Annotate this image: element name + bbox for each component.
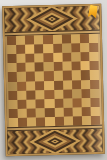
board-square[interactable] <box>63 116 72 125</box>
checkerboard-margin <box>5 34 102 127</box>
board-square[interactable] <box>62 53 71 62</box>
board-square[interactable] <box>63 80 72 89</box>
board-square[interactable] <box>81 107 90 116</box>
board-square[interactable] <box>53 53 62 62</box>
wall-background <box>0 0 107 160</box>
board-square[interactable] <box>91 107 100 116</box>
board-square[interactable] <box>7 36 16 45</box>
board-square[interactable] <box>8 72 17 81</box>
board-square[interactable] <box>89 34 98 43</box>
board-square[interactable] <box>27 108 36 117</box>
board-square[interactable] <box>18 99 27 108</box>
board-square[interactable] <box>71 71 80 80</box>
board-square[interactable] <box>45 117 54 126</box>
board-square[interactable] <box>80 34 89 43</box>
board-square[interactable] <box>89 52 98 61</box>
board-square[interactable] <box>35 81 44 90</box>
checkerboard <box>7 34 100 127</box>
board-square[interactable] <box>17 81 26 90</box>
board-square[interactable] <box>81 89 90 98</box>
board-square[interactable] <box>80 61 89 70</box>
bottom-parquetry-panel <box>7 129 103 154</box>
board-square[interactable] <box>90 70 99 79</box>
board-square[interactable] <box>52 35 61 44</box>
board-square[interactable] <box>18 108 27 117</box>
board-square[interactable] <box>54 117 63 126</box>
board-square[interactable] <box>35 53 44 62</box>
board-square[interactable] <box>25 45 34 54</box>
board-square[interactable] <box>17 90 26 99</box>
board-square[interactable] <box>82 116 91 125</box>
board-square[interactable] <box>81 98 90 107</box>
game-board <box>2 4 105 156</box>
board-square[interactable] <box>53 44 62 53</box>
board-square[interactable] <box>63 107 72 116</box>
board-square[interactable] <box>61 35 70 44</box>
board-square[interactable] <box>71 62 80 71</box>
board-square[interactable] <box>27 117 36 126</box>
board-square[interactable] <box>8 90 17 99</box>
board-square[interactable] <box>62 62 71 71</box>
board-square[interactable] <box>72 107 81 116</box>
board-square[interactable] <box>35 63 44 72</box>
board-square[interactable] <box>62 71 71 80</box>
board-square[interactable] <box>26 90 35 99</box>
top-parquetry-panel <box>4 6 100 32</box>
board-square[interactable] <box>80 52 89 61</box>
board-square[interactable] <box>73 116 82 125</box>
board-square[interactable] <box>90 88 99 97</box>
board-square[interactable] <box>25 35 34 44</box>
board-square[interactable] <box>54 89 63 98</box>
board-square[interactable] <box>36 117 45 126</box>
board-square[interactable] <box>8 63 17 72</box>
board-square[interactable] <box>45 99 54 108</box>
board-square[interactable] <box>72 80 81 89</box>
board-square[interactable] <box>89 61 98 70</box>
board-square[interactable] <box>80 43 89 52</box>
board-square[interactable] <box>8 100 17 109</box>
board-square[interactable] <box>81 71 90 80</box>
board-square[interactable] <box>72 98 81 107</box>
board-square[interactable] <box>9 118 18 127</box>
board-square[interactable] <box>45 90 54 99</box>
board-square[interactable] <box>26 54 35 63</box>
board-square[interactable] <box>7 45 16 54</box>
board-square[interactable] <box>44 80 53 89</box>
board-square[interactable] <box>89 43 98 52</box>
board-square[interactable] <box>71 43 80 52</box>
board-square[interactable] <box>34 44 43 53</box>
board-square[interactable] <box>7 54 16 63</box>
board-square[interactable] <box>36 108 45 117</box>
board-square[interactable] <box>16 36 25 45</box>
board-square[interactable] <box>44 71 53 80</box>
board-square[interactable] <box>9 109 18 118</box>
board-square[interactable] <box>26 72 35 81</box>
board-square[interactable] <box>62 44 71 53</box>
board-square[interactable] <box>36 90 45 99</box>
board-square[interactable] <box>18 118 27 127</box>
board-square[interactable] <box>71 53 80 62</box>
board-square[interactable] <box>35 72 44 81</box>
board-square[interactable] <box>26 81 35 90</box>
board-square[interactable] <box>63 89 72 98</box>
board-square[interactable] <box>8 81 17 90</box>
board-square[interactable] <box>44 44 53 53</box>
board-square[interactable] <box>45 108 54 117</box>
board-square[interactable] <box>16 54 25 63</box>
board-square[interactable] <box>53 71 62 80</box>
board-square[interactable] <box>26 63 35 72</box>
board-square[interactable] <box>17 72 26 81</box>
board-square[interactable] <box>90 79 99 88</box>
board-square[interactable] <box>43 35 52 44</box>
board-square[interactable] <box>72 89 81 98</box>
board-square[interactable] <box>54 98 63 107</box>
board-square[interactable] <box>44 62 53 71</box>
board-square[interactable] <box>44 53 53 62</box>
board-square[interactable] <box>16 45 25 54</box>
board-square[interactable] <box>27 99 36 108</box>
board-square[interactable] <box>34 35 43 44</box>
board-square[interactable] <box>17 63 26 72</box>
board-square[interactable] <box>90 98 99 107</box>
board-square[interactable] <box>71 34 80 43</box>
board-square[interactable] <box>54 108 63 117</box>
board-square[interactable] <box>63 98 72 107</box>
board-square[interactable] <box>36 99 45 108</box>
board-square[interactable] <box>53 62 62 71</box>
board-square[interactable] <box>91 116 100 125</box>
board-square[interactable] <box>81 80 90 89</box>
board-square[interactable] <box>54 80 63 89</box>
